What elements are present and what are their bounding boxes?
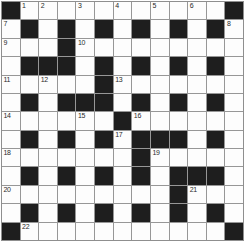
clue-number-4: 4 <box>115 2 119 10</box>
letter-cell-r2c7[interactable] <box>114 20 132 37</box>
letter-cell-r9c4[interactable] <box>58 149 76 166</box>
letter-cell-r13c6[interactable] <box>95 223 113 240</box>
letter-cell-r3c6[interactable] <box>95 39 113 56</box>
letter-cell-r3c2[interactable] <box>21 39 39 56</box>
letter-cell-r13c2[interactable]: 22 <box>21 223 39 240</box>
block-cell-r2c4 <box>58 20 76 37</box>
letter-cell-r9c9[interactable]: 19 <box>151 149 169 166</box>
letter-cell-r7c6[interactable] <box>95 112 113 129</box>
letter-cell-r10c13[interactable] <box>225 167 243 184</box>
block-cell-r8c12 <box>207 131 225 148</box>
crossword-grid: 12345678910111213141516171819202122 <box>1 1 244 241</box>
block-cell-r2c8 <box>132 20 150 37</box>
letter-cell-r1c2[interactable]: 1 <box>21 2 39 19</box>
letter-cell-r9c3[interactable] <box>39 149 57 166</box>
clue-number-13: 13 <box>115 76 122 84</box>
letter-cell-r6c7[interactable] <box>114 94 132 111</box>
letter-cell-r5c1[interactable]: 11 <box>2 76 20 93</box>
letter-cell-r9c1[interactable]: 18 <box>2 149 20 166</box>
letter-cell-r11c9[interactable] <box>151 186 169 203</box>
letter-cell-r11c2[interactable] <box>21 186 39 203</box>
letter-cell-r11c8[interactable] <box>132 186 150 203</box>
block-cell-r12c6 <box>95 204 113 221</box>
letter-cell-r8c5[interactable] <box>76 131 94 148</box>
block-cell-r7c7 <box>114 112 132 129</box>
letter-cell-r11c11[interactable]: 21 <box>188 186 206 203</box>
letter-cell-r8c13[interactable] <box>225 131 243 148</box>
letter-cell-r9c11[interactable] <box>188 149 206 166</box>
letter-cell-r7c9[interactable] <box>151 112 169 129</box>
letter-cell-r1c3[interactable]: 2 <box>39 2 57 19</box>
block-cell-r6c5 <box>76 94 94 111</box>
clue-number-1: 1 <box>22 2 26 10</box>
letter-cell-r7c2[interactable] <box>21 112 39 129</box>
letter-cell-r2c1[interactable]: 7 <box>2 20 20 37</box>
block-cell-r10c11 <box>188 167 206 184</box>
letter-cell-r13c9[interactable] <box>151 223 169 240</box>
clue-number-3: 3 <box>78 2 82 10</box>
clue-number-16: 16 <box>134 112 141 120</box>
letter-cell-r3c8[interactable] <box>132 39 150 56</box>
clue-number-15: 15 <box>78 112 85 120</box>
block-cell-r8c6 <box>95 131 113 148</box>
letter-cell-r6c3[interactable] <box>39 94 57 111</box>
clue-number-7: 7 <box>4 20 8 28</box>
letter-cell-r1c4[interactable] <box>58 2 76 19</box>
letter-cell-r5c2[interactable] <box>21 76 39 93</box>
letter-cell-r7c13[interactable] <box>225 112 243 129</box>
letter-cell-r11c6[interactable] <box>95 186 113 203</box>
letter-cell-r13c7[interactable] <box>114 223 132 240</box>
letter-cell-r6c11[interactable] <box>188 94 206 111</box>
letter-cell-r5c11[interactable] <box>188 76 206 93</box>
letter-cell-r1c10[interactable] <box>170 2 188 19</box>
clue-number-6: 6 <box>190 2 194 10</box>
letter-cell-r2c9[interactable] <box>151 20 169 37</box>
block-cell-r13c1 <box>2 223 20 240</box>
block-cell-r10c8 <box>132 167 150 184</box>
block-cell-r12c2 <box>21 204 39 221</box>
block-cell-r13c13 <box>225 223 243 240</box>
letter-cell-r7c8[interactable]: 16 <box>132 112 150 129</box>
letter-cell-r9c13[interactable] <box>225 149 243 166</box>
block-cell-r2c2 <box>21 20 39 37</box>
letter-cell-r7c12[interactable] <box>207 112 225 129</box>
clue-number-20: 20 <box>4 186 11 194</box>
clue-number-11: 11 <box>4 76 11 84</box>
letter-cell-r1c11[interactable]: 6 <box>188 2 206 19</box>
block-cell-r12c10 <box>170 204 188 221</box>
block-cell-r8c9 <box>151 131 169 148</box>
letter-cell-r13c10[interactable] <box>170 223 188 240</box>
clue-number-5: 5 <box>152 2 156 10</box>
block-cell-r3c4 <box>58 39 76 56</box>
block-cell-r12c12 <box>207 204 225 221</box>
letter-cell-r6c1[interactable] <box>2 94 20 111</box>
letter-cell-r11c3[interactable] <box>39 186 57 203</box>
letter-cell-r9c2[interactable] <box>21 149 39 166</box>
letter-cell-r5c12[interactable] <box>207 76 225 93</box>
block-cell-r4c2 <box>21 57 39 74</box>
clue-number-19: 19 <box>152 149 159 157</box>
letter-cell-r1c12[interactable] <box>207 2 225 19</box>
block-cell-r4c10 <box>170 57 188 74</box>
clue-number-8: 8 <box>227 20 231 28</box>
block-cell-r10c10 <box>170 167 188 184</box>
clue-number-14: 14 <box>4 112 11 120</box>
letter-cell-r13c5[interactable] <box>76 223 94 240</box>
clue-number-9: 9 <box>4 39 8 47</box>
letter-cell-r5c5[interactable] <box>76 76 94 93</box>
letter-cell-r3c1[interactable]: 9 <box>2 39 20 56</box>
block-cell-r4c12 <box>207 57 225 74</box>
clue-number-10: 10 <box>78 39 85 47</box>
letter-cell-r6c13[interactable] <box>225 94 243 111</box>
letter-cell-r9c10[interactable] <box>170 149 188 166</box>
letter-cell-r4c9[interactable] <box>151 57 169 74</box>
letter-cell-r3c10[interactable] <box>170 39 188 56</box>
letter-cell-r11c4[interactable] <box>58 186 76 203</box>
clue-number-22: 22 <box>22 223 29 231</box>
letter-cell-r4c1[interactable] <box>2 57 20 74</box>
block-cell-r8c2 <box>21 131 39 148</box>
letter-cell-r1c9[interactable]: 5 <box>151 2 169 19</box>
letter-cell-r13c4[interactable] <box>58 223 76 240</box>
block-cell-r10c12 <box>207 167 225 184</box>
letter-cell-r3c11[interactable] <box>188 39 206 56</box>
block-cell-r6c10 <box>170 94 188 111</box>
clue-number-2: 2 <box>41 2 45 10</box>
letter-cell-r4c11[interactable] <box>188 57 206 74</box>
letter-cell-r2c3[interactable] <box>39 20 57 37</box>
letter-cell-r13c8[interactable] <box>132 223 150 240</box>
clue-number-18: 18 <box>4 149 11 157</box>
crossword-board: 12345678910111213141516171819202122 <box>1 1 244 241</box>
letter-cell-r11c1[interactable]: 20 <box>2 186 20 203</box>
letter-cell-r5c7[interactable]: 13 <box>114 76 132 93</box>
block-cell-r8c10 <box>170 131 188 148</box>
block-cell-r4c4 <box>58 57 76 74</box>
letter-cell-r10c1[interactable] <box>2 167 20 184</box>
block-cell-r2c6 <box>95 20 113 37</box>
clue-number-21: 21 <box>190 186 197 194</box>
block-cell-r4c8 <box>132 57 150 74</box>
block-cell-r1c13 <box>225 2 243 19</box>
letter-cell-r5c10[interactable] <box>170 76 188 93</box>
letter-cell-r2c11[interactable] <box>188 20 206 37</box>
block-cell-r11c10 <box>170 186 188 203</box>
block-cell-r8c4 <box>58 131 76 148</box>
letter-cell-r12c9[interactable] <box>151 204 169 221</box>
block-cell-r10c4 <box>58 167 76 184</box>
letter-cell-r12c7[interactable] <box>114 204 132 221</box>
letter-cell-r1c5[interactable]: 3 <box>76 2 94 19</box>
block-cell-r2c12 <box>207 20 225 37</box>
letter-cell-r10c9[interactable] <box>151 167 169 184</box>
letter-cell-r9c7[interactable] <box>114 149 132 166</box>
letter-cell-r7c4[interactable] <box>58 112 76 129</box>
block-cell-r4c6 <box>95 57 113 74</box>
letter-cell-r8c11[interactable] <box>188 131 206 148</box>
letter-cell-r5c3[interactable]: 12 <box>39 76 57 93</box>
letter-cell-r3c9[interactable] <box>151 39 169 56</box>
block-cell-r2c10 <box>170 20 188 37</box>
clue-number-12: 12 <box>41 76 48 84</box>
letter-cell-r9c5[interactable] <box>76 149 94 166</box>
letter-cell-r5c8[interactable] <box>132 76 150 93</box>
letter-cell-r8c7[interactable]: 17 <box>114 131 132 148</box>
letter-cell-r2c13[interactable]: 8 <box>225 20 243 37</box>
letter-cell-r13c12[interactable] <box>207 223 225 240</box>
letter-cell-r10c7[interactable] <box>114 167 132 184</box>
letter-cell-r7c11[interactable] <box>188 112 206 129</box>
letter-cell-r12c5[interactable] <box>76 204 94 221</box>
letter-cell-r1c6[interactable] <box>95 2 113 19</box>
letter-cell-r10c3[interactable] <box>39 167 57 184</box>
letter-cell-r13c11[interactable] <box>188 223 206 240</box>
letter-cell-r12c13[interactable] <box>225 204 243 221</box>
letter-cell-r5c9[interactable] <box>151 76 169 93</box>
letter-cell-r11c5[interactable] <box>76 186 94 203</box>
block-cell-r9c8 <box>132 149 150 166</box>
letter-cell-r5c4[interactable] <box>58 76 76 93</box>
block-cell-r1c1 <box>2 2 20 19</box>
letter-cell-r6c9[interactable] <box>151 94 169 111</box>
block-cell-r6c2 <box>21 94 39 111</box>
letter-cell-r4c13[interactable] <box>225 57 243 74</box>
block-cell-r12c4 <box>58 204 76 221</box>
letter-cell-r7c1[interactable]: 14 <box>2 112 20 129</box>
letter-cell-r8c1[interactable] <box>2 131 20 148</box>
letter-cell-r3c3[interactable] <box>39 39 57 56</box>
block-cell-r6c8 <box>132 94 150 111</box>
letter-cell-r9c12[interactable] <box>207 149 225 166</box>
block-cell-r10c2 <box>21 167 39 184</box>
letter-cell-r3c12[interactable] <box>207 39 225 56</box>
block-cell-r12c8 <box>132 204 150 221</box>
letter-cell-r1c8[interactable] <box>132 2 150 19</box>
letter-cell-r7c3[interactable] <box>39 112 57 129</box>
letter-cell-r11c12[interactable] <box>207 186 225 203</box>
letter-cell-r3c7[interactable] <box>114 39 132 56</box>
letter-cell-r4c5[interactable] <box>76 57 94 74</box>
letter-cell-r5c13[interactable] <box>225 76 243 93</box>
letter-cell-r4c7[interactable] <box>114 57 132 74</box>
letter-cell-r7c10[interactable] <box>170 112 188 129</box>
letter-cell-r12c3[interactable] <box>39 204 57 221</box>
letter-cell-r3c5[interactable]: 10 <box>76 39 94 56</box>
letter-cell-r11c13[interactable] <box>225 186 243 203</box>
block-cell-r5c6 <box>95 76 113 93</box>
letter-cell-r13c3[interactable] <box>39 223 57 240</box>
block-cell-r10c6 <box>95 167 113 184</box>
block-cell-r6c4 <box>58 94 76 111</box>
letter-cell-r8c3[interactable] <box>39 131 57 148</box>
letter-cell-r11c7[interactable] <box>114 186 132 203</box>
block-cell-r8c8 <box>132 131 150 148</box>
letter-cell-r12c1[interactable] <box>2 204 20 221</box>
letter-cell-r7c5[interactable]: 15 <box>76 112 94 129</box>
clue-number-17: 17 <box>115 131 122 139</box>
block-cell-r6c6 <box>95 94 113 111</box>
letter-cell-r2c5[interactable] <box>76 20 94 37</box>
block-cell-r6c12 <box>207 94 225 111</box>
letter-cell-r9c6[interactable] <box>95 149 113 166</box>
letter-cell-r1c7[interactable]: 4 <box>114 2 132 19</box>
block-cell-r4c3 <box>39 57 57 74</box>
letter-cell-r12c11[interactable] <box>188 204 206 221</box>
letter-cell-r10c5[interactable] <box>76 167 94 184</box>
letter-cell-r3c13[interactable] <box>225 39 243 56</box>
